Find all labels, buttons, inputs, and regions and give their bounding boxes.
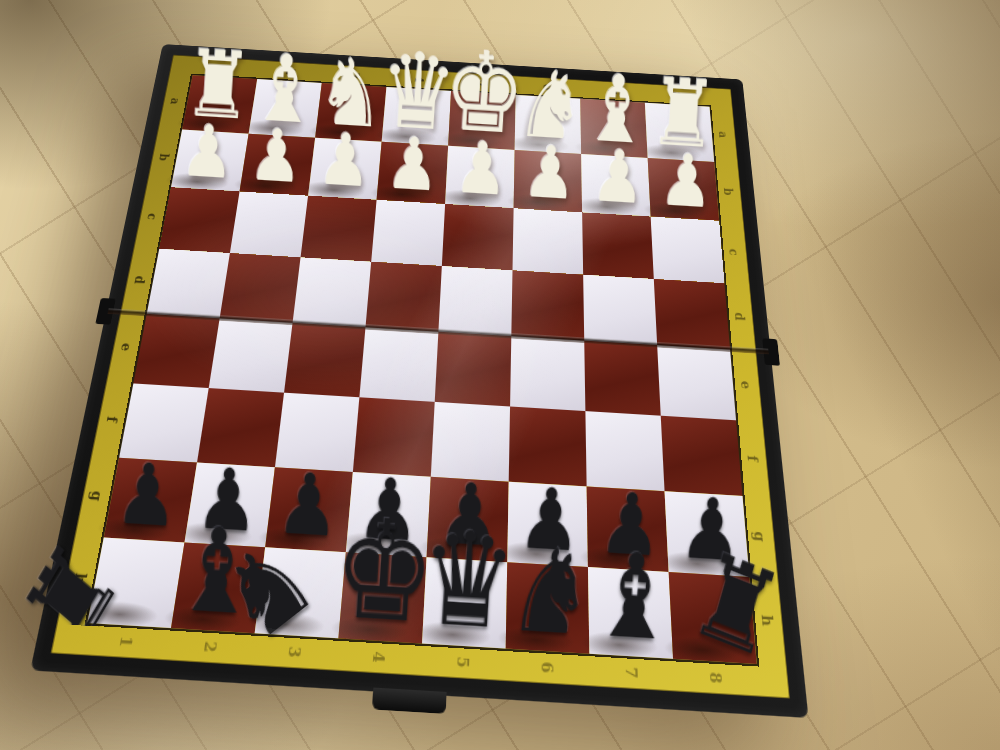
board-grid: ♜♝♞♛♚♞♝♜♟♟♟♟♟♟♟♟♟♟♟♟♟♟♟♟♜♝♞♚♛♞♝♜	[87, 75, 756, 664]
black-pawn[interactable]: ♟	[114, 454, 181, 538]
square[interactable]	[584, 341, 660, 416]
square[interactable]: ♟	[648, 158, 719, 221]
square[interactable]	[513, 208, 584, 274]
square[interactable]: ♟	[377, 142, 449, 204]
chessboard: abcdefgh abcdefgh 12345678 12345678 ♜♝♞♛…	[30, 44, 808, 718]
square[interactable]	[293, 257, 372, 327]
square[interactable]: ♛	[422, 557, 507, 648]
white-pawn[interactable]: ♟	[453, 134, 510, 206]
square[interactable]	[230, 191, 308, 257]
white-pawn[interactable]: ♟	[179, 117, 236, 189]
square[interactable]	[654, 279, 730, 350]
square[interactable]	[159, 187, 239, 253]
clasp-latch[interactable]	[371, 687, 446, 714]
square[interactable]: ♚	[338, 552, 426, 643]
square[interactable]: ♜	[87, 537, 184, 628]
scene: abcdefgh abcdefgh 12345678 12345678 ♜♝♞♛…	[112, 6, 768, 662]
white-pawn[interactable]: ♟	[316, 125, 373, 197]
square[interactable]	[651, 217, 725, 284]
square[interactable]	[365, 262, 441, 332]
white-pawn[interactable]: ♟	[385, 130, 442, 202]
square[interactable]	[582, 212, 654, 278]
square[interactable]	[438, 266, 512, 336]
white-pawn[interactable]: ♟	[248, 121, 305, 193]
white-pawn[interactable]: ♟	[658, 146, 715, 218]
square[interactable]	[209, 318, 293, 392]
square[interactable]	[371, 200, 445, 266]
square[interactable]	[284, 323, 365, 397]
square[interactable]: ♟	[514, 150, 583, 213]
square[interactable]	[442, 204, 514, 270]
square[interactable]: ♝	[588, 567, 673, 659]
black-knight[interactable]: ♞	[505, 535, 597, 650]
square[interactable]	[133, 314, 219, 388]
square[interactable]	[510, 336, 585, 411]
square[interactable]: ♟	[581, 154, 650, 217]
square[interactable]	[301, 196, 377, 262]
square[interactable]: ♞	[506, 562, 590, 654]
square[interactable]: ♜	[669, 572, 757, 664]
square[interactable]	[147, 249, 230, 319]
square[interactable]	[657, 345, 736, 420]
white-pawn[interactable]: ♟	[521, 138, 578, 210]
square[interactable]	[583, 275, 657, 346]
black-queen[interactable]: ♛	[416, 516, 519, 646]
square[interactable]	[435, 332, 512, 407]
black-bishop[interactable]: ♝	[588, 540, 680, 655]
square[interactable]	[359, 327, 438, 402]
square[interactable]: ♟	[445, 146, 515, 208]
white-pawn[interactable]: ♟	[590, 142, 647, 214]
